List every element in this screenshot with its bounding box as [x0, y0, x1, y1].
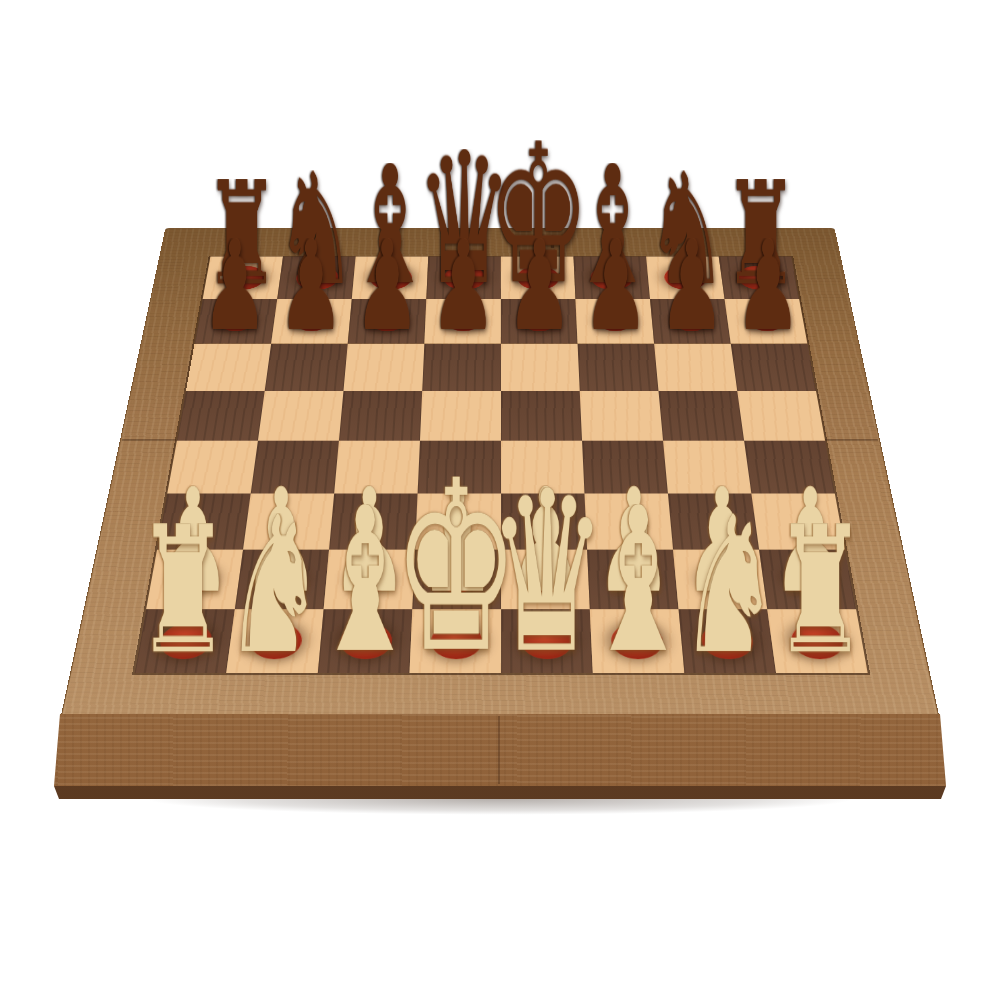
square-h5[interactable]	[737, 391, 825, 441]
square-g5[interactable]	[658, 391, 744, 441]
hinge-seam-left	[122, 439, 176, 440]
piece-white-queen[interactable]: ♛	[487, 486, 607, 660]
square-b1[interactable]: ♞	[226, 609, 323, 673]
square-a6[interactable]	[186, 344, 271, 391]
piece-black-pawn[interactable]: ♟	[201, 238, 268, 335]
square-d7[interactable]: ♟	[424, 299, 501, 344]
chess-board: ♜♞♝♛♚♝♞♜♟♟♟♟♟♟♟♟♟♟♟♟♟♟♟♟♜♞♝♚♛♝♞♜	[60, 228, 939, 718]
square-e6[interactable]	[501, 344, 580, 391]
piece-black-pawn[interactable]: ♟	[582, 238, 649, 335]
square-e7[interactable]: ♟	[501, 299, 578, 344]
board-grid: ♜♞♝♛♚♝♞♜♟♟♟♟♟♟♟♟♟♟♟♟♟♟♟♟♜♞♝♚♛♝♞♜	[135, 257, 868, 673]
piece-black-pawn[interactable]: ♟	[734, 238, 801, 335]
chess-set-photo: ♜♞♝♛♚♝♞♜♟♟♟♟♟♟♟♟♟♟♟♟♟♟♟♟♜♞♝♚♛♝♞♜	[0, 0, 1000, 1000]
square-g6[interactable]	[654, 344, 737, 391]
square-b6[interactable]	[265, 344, 348, 391]
piece-black-pawn[interactable]: ♟	[353, 238, 420, 335]
square-h7[interactable]: ♟	[725, 299, 808, 344]
square-f5[interactable]	[580, 391, 663, 441]
piece-black-pawn[interactable]: ♟	[429, 238, 496, 335]
square-g1[interactable]: ♞	[679, 609, 776, 673]
piece-white-knight[interactable]: ♞	[678, 513, 780, 660]
square-c1[interactable]: ♝	[318, 609, 413, 673]
square-c6[interactable]	[343, 344, 424, 391]
piece-black-pawn[interactable]: ♟	[277, 238, 344, 335]
square-b5[interactable]	[258, 391, 344, 441]
square-c7[interactable]: ♟	[348, 299, 427, 344]
square-a1[interactable]: ♜	[135, 609, 235, 673]
square-f7[interactable]: ♟	[575, 299, 654, 344]
hinge-seam-right	[824, 439, 878, 440]
square-g7[interactable]: ♟	[650, 299, 731, 344]
piece-white-bishop[interactable]: ♝	[311, 504, 419, 660]
board-front-seam	[498, 716, 500, 784]
square-f6[interactable]	[578, 344, 659, 391]
square-a7[interactable]: ♟	[195, 299, 278, 344]
square-e1[interactable]: ♛	[501, 609, 593, 673]
square-d6[interactable]	[422, 344, 501, 391]
piece-black-pawn[interactable]: ♟	[658, 238, 725, 335]
piece-white-knight[interactable]: ♞	[223, 513, 325, 660]
square-a5[interactable]	[177, 391, 265, 441]
piece-black-pawn[interactable]: ♟	[506, 238, 573, 335]
piece-white-rook[interactable]: ♜	[135, 523, 229, 660]
square-b7[interactable]: ♟	[271, 299, 352, 344]
floor-shadow	[30, 778, 970, 820]
piece-white-rook[interactable]: ♜	[773, 523, 867, 660]
square-h1[interactable]: ♜	[767, 609, 867, 673]
square-h6[interactable]	[731, 344, 816, 391]
